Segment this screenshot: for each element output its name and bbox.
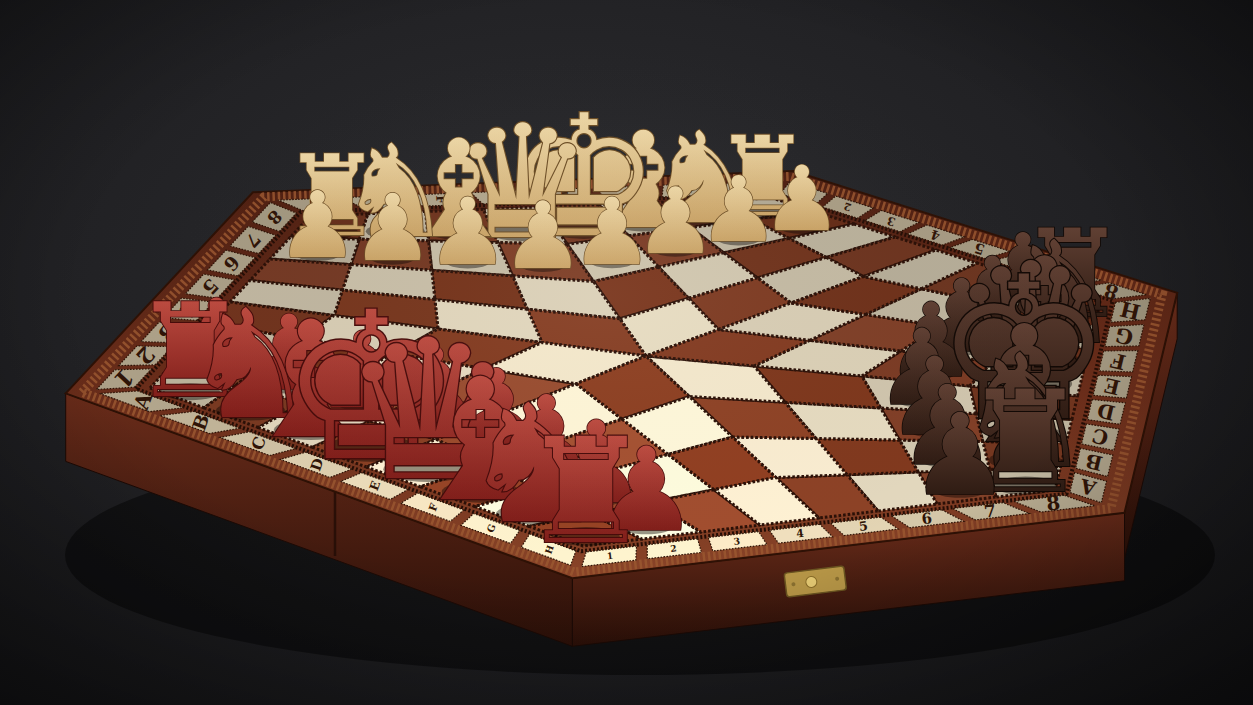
- vignette-overlay: [0, 0, 1253, 705]
- three-player-chess-board: 12345678HGFEDCBA12345678HGFEDCBA87654321…: [0, 0, 1253, 705]
- scene: 12345678HGFEDCBA12345678HGFEDCBA87654321…: [0, 0, 1253, 705]
